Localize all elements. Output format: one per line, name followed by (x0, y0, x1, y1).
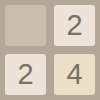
tile-2: 2 (54, 5, 95, 46)
tile-4: 4 (54, 54, 95, 95)
game-board-2048[interactable]: 2 2 4 (0, 0, 100, 100)
empty-cell (5, 5, 46, 46)
tile-2: 2 (5, 54, 46, 95)
